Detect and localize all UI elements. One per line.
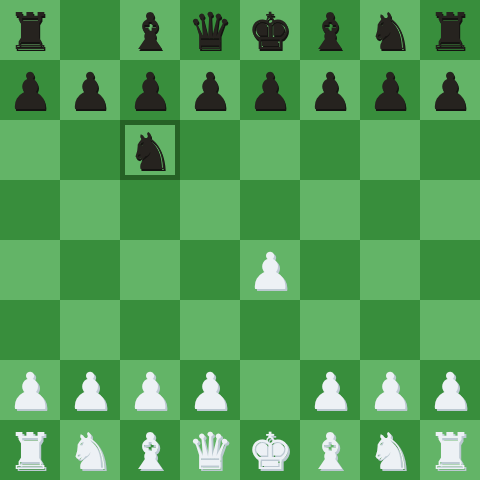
square-c8[interactable]: ♝ (120, 0, 180, 60)
piece-white-bishop[interactable]: ♝ (307, 422, 353, 480)
square-d5[interactable] (180, 180, 240, 240)
square-d1[interactable]: ♛ (180, 420, 240, 480)
piece-white-pawn[interactable]: ♟ (367, 362, 413, 422)
square-d6[interactable] (180, 120, 240, 180)
piece-black-pawn[interactable]: ♟ (427, 62, 473, 122)
square-b2[interactable]: ♟ (60, 360, 120, 420)
square-c5[interactable] (120, 180, 180, 240)
square-b7[interactable]: ♟ (60, 60, 120, 120)
piece-black-pawn[interactable]: ♟ (307, 62, 353, 122)
square-b4[interactable] (60, 240, 120, 300)
piece-black-queen[interactable]: ♛ (187, 2, 233, 62)
piece-black-pawn[interactable]: ♟ (127, 62, 173, 122)
square-b3[interactable] (60, 300, 120, 360)
square-e5[interactable] (240, 180, 300, 240)
square-e7[interactable]: ♟ (240, 60, 300, 120)
square-f3[interactable] (300, 300, 360, 360)
piece-white-pawn[interactable]: ♟ (427, 362, 473, 422)
square-h3[interactable] (420, 300, 480, 360)
square-g8[interactable]: ♞ (360, 0, 420, 60)
square-c4[interactable] (120, 240, 180, 300)
square-g3[interactable] (360, 300, 420, 360)
piece-white-pawn[interactable]: ♟ (247, 242, 293, 302)
piece-black-bishop[interactable]: ♝ (127, 2, 173, 62)
square-d7[interactable]: ♟ (180, 60, 240, 120)
piece-black-pawn[interactable]: ♟ (367, 62, 413, 122)
piece-white-pawn[interactable]: ♟ (187, 362, 233, 422)
square-f1[interactable]: ♝ (300, 420, 360, 480)
piece-black-pawn[interactable]: ♟ (187, 62, 233, 122)
square-g5[interactable] (360, 180, 420, 240)
square-a2[interactable]: ♟ (0, 360, 60, 420)
square-g6[interactable] (360, 120, 420, 180)
piece-white-rook[interactable]: ♜ (7, 422, 53, 480)
square-a1[interactable]: ♜ (0, 420, 60, 480)
square-f6[interactable] (300, 120, 360, 180)
piece-black-knight[interactable]: ♞ (127, 122, 173, 182)
square-c6[interactable]: ♞ (120, 120, 180, 180)
square-d4[interactable] (180, 240, 240, 300)
piece-black-rook[interactable]: ♜ (427, 2, 473, 62)
square-a4[interactable] (0, 240, 60, 300)
board-container: ♜♝♛♚♝♞♜♟♟♟♟♟♟♟♟♞♟♟♟♟♟♟♟♟♜♞♝♛♚♝♞♜ (0, 0, 480, 480)
piece-black-bishop[interactable]: ♝ (307, 2, 353, 62)
piece-white-knight[interactable]: ♞ (67, 422, 113, 480)
square-d8[interactable]: ♛ (180, 0, 240, 60)
square-e8[interactable]: ♚ (240, 0, 300, 60)
piece-black-rook[interactable]: ♜ (7, 2, 53, 62)
square-b8[interactable] (60, 0, 120, 60)
square-b6[interactable] (60, 120, 120, 180)
square-h8[interactable]: ♜ (420, 0, 480, 60)
square-h5[interactable] (420, 180, 480, 240)
square-h7[interactable]: ♟ (420, 60, 480, 120)
piece-black-pawn[interactable]: ♟ (7, 62, 53, 122)
square-f7[interactable]: ♟ (300, 60, 360, 120)
square-g2[interactable]: ♟ (360, 360, 420, 420)
square-h1[interactable]: ♜ (420, 420, 480, 480)
square-c3[interactable] (120, 300, 180, 360)
square-c2[interactable]: ♟ (120, 360, 180, 420)
square-b5[interactable] (60, 180, 120, 240)
square-f8[interactable]: ♝ (300, 0, 360, 60)
square-e2[interactable] (240, 360, 300, 420)
square-g7[interactable]: ♟ (360, 60, 420, 120)
square-c1[interactable]: ♝ (120, 420, 180, 480)
square-e6[interactable] (240, 120, 300, 180)
square-h2[interactable]: ♟ (420, 360, 480, 420)
piece-white-queen[interactable]: ♛ (187, 422, 233, 480)
chess-board: ♜♝♛♚♝♞♜♟♟♟♟♟♟♟♟♞♟♟♟♟♟♟♟♟♜♞♝♛♚♝♞♜ (0, 0, 480, 480)
square-d3[interactable] (180, 300, 240, 360)
square-a8[interactable]: ♜ (0, 0, 60, 60)
square-h4[interactable] (420, 240, 480, 300)
square-b1[interactable]: ♞ (60, 420, 120, 480)
piece-black-king[interactable]: ♚ (247, 2, 293, 62)
piece-white-king[interactable]: ♚ (247, 422, 293, 480)
piece-black-pawn[interactable]: ♟ (67, 62, 113, 122)
piece-white-knight[interactable]: ♞ (367, 422, 413, 480)
piece-white-pawn[interactable]: ♟ (307, 362, 353, 422)
piece-white-bishop[interactable]: ♝ (127, 422, 173, 480)
square-a7[interactable]: ♟ (0, 60, 60, 120)
square-a6[interactable] (0, 120, 60, 180)
square-e1[interactable]: ♚ (240, 420, 300, 480)
square-g4[interactable] (360, 240, 420, 300)
square-f5[interactable] (300, 180, 360, 240)
square-c7[interactable]: ♟ (120, 60, 180, 120)
piece-black-pawn[interactable]: ♟ (247, 62, 293, 122)
piece-black-knight[interactable]: ♞ (367, 2, 413, 62)
square-f2[interactable]: ♟ (300, 360, 360, 420)
square-a5[interactable] (0, 180, 60, 240)
square-g1[interactable]: ♞ (360, 420, 420, 480)
square-e3[interactable] (240, 300, 300, 360)
piece-white-pawn[interactable]: ♟ (127, 362, 173, 422)
piece-white-rook[interactable]: ♜ (427, 422, 473, 480)
square-f4[interactable] (300, 240, 360, 300)
piece-white-pawn[interactable]: ♟ (67, 362, 113, 422)
square-h6[interactable] (420, 120, 480, 180)
square-d2[interactable]: ♟ (180, 360, 240, 420)
square-e4[interactable]: ♟ (240, 240, 300, 300)
piece-white-pawn[interactable]: ♟ (7, 362, 53, 422)
square-a3[interactable] (0, 300, 60, 360)
